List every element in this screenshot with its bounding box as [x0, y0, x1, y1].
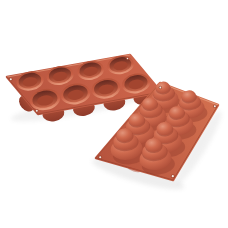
back-mold-hanger-hole [9, 77, 13, 81]
front-mold-hanger-hole [159, 86, 162, 89]
front-mold-hanger-hole [98, 155, 102, 159]
front-mold-hanger-hole [213, 104, 217, 108]
back-mold-hanger-hole [126, 57, 129, 60]
front-mold-hanger-hole [171, 174, 175, 178]
product-photo [0, 0, 228, 228]
back-mold-hanger-hole [35, 109, 39, 113]
